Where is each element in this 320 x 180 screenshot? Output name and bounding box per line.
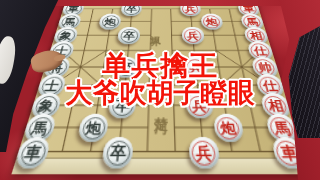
river-label-hanjie: 汉界: [150, 29, 161, 33]
title-line-1: 单兵擒王: [0, 52, 320, 80]
board-edge-rim: [11, 158, 310, 175]
title-line-2: 大爷吹胡子瞪眼: [0, 80, 320, 107]
tablecloth-top-strip: [42, 0, 320, 6]
piece-red-soldier-2[interactable]: 兵: [181, 27, 205, 44]
thumbnail-scene: 汉界 楚河 車馬象士将士象馬車炮炮卒卒卒卒卒兵兵兵兵兵炮炮車馬相仕帅仕相馬車 单…: [0, 0, 320, 180]
